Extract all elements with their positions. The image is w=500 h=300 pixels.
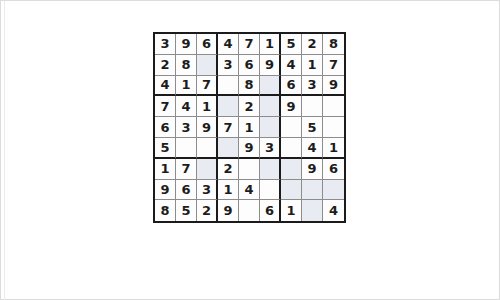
cell-r9c6: 6 <box>260 200 281 221</box>
cell-r6c1: 5 <box>155 138 176 159</box>
cell-r4c2: 4 <box>176 96 197 117</box>
cell-r2c4: 3 <box>218 55 239 76</box>
cell-r3c7: 6 <box>281 76 302 97</box>
cell-r2c5: 6 <box>239 55 260 76</box>
cell-r5c3: 9 <box>197 117 218 138</box>
cell-r8c4: 1 <box>218 180 239 201</box>
cell-r1c7: 5 <box>281 34 302 55</box>
cell-r5c8: 5 <box>302 117 323 138</box>
cell-r6c8: 4 <box>302 138 323 159</box>
cell-r5c6[interactable] <box>260 117 281 138</box>
cell-r8c6[interactable] <box>260 180 281 201</box>
cell-r2c6: 9 <box>260 55 281 76</box>
cell-r9c1: 8 <box>155 200 176 221</box>
cell-r5c1: 6 <box>155 117 176 138</box>
cell-r5c2: 3 <box>176 117 197 138</box>
page-edge-line <box>4 1 5 300</box>
cell-r3c3: 7 <box>197 76 218 97</box>
cell-r6c7[interactable] <box>281 138 302 159</box>
cell-r5c7[interactable] <box>281 117 302 138</box>
cell-r4c4[interactable] <box>218 96 239 117</box>
cell-r1c8: 2 <box>302 34 323 55</box>
cell-r4c6[interactable] <box>260 96 281 117</box>
cell-r6c5: 9 <box>239 138 260 159</box>
cell-r1c2: 9 <box>176 34 197 55</box>
cell-r5c5: 1 <box>239 117 260 138</box>
cell-r4c7: 9 <box>281 96 302 117</box>
cell-r8c9[interactable] <box>323 180 344 201</box>
cell-r8c7[interactable] <box>281 180 302 201</box>
cell-r9c8[interactable] <box>302 200 323 221</box>
cell-r6c4[interactable] <box>218 138 239 159</box>
cell-r2c3[interactable] <box>197 55 218 76</box>
cell-r9c2: 5 <box>176 200 197 221</box>
cell-r9c3: 2 <box>197 200 218 221</box>
cell-r1c1: 3 <box>155 34 176 55</box>
cell-r8c2: 6 <box>176 180 197 201</box>
cell-r5c4: 7 <box>218 117 239 138</box>
cell-r4c9[interactable] <box>323 96 344 117</box>
cell-r7c7[interactable] <box>281 159 302 180</box>
cell-r6c2[interactable] <box>176 138 197 159</box>
cell-r4c5: 2 <box>239 96 260 117</box>
cell-r3c1: 4 <box>155 76 176 97</box>
cell-r8c8[interactable] <box>302 180 323 201</box>
cell-r2c9: 7 <box>323 55 344 76</box>
cell-r9c5[interactable] <box>239 200 260 221</box>
cell-r7c5[interactable] <box>239 159 260 180</box>
cell-r7c1: 1 <box>155 159 176 180</box>
cell-r7c3[interactable] <box>197 159 218 180</box>
cell-r6c6: 3 <box>260 138 281 159</box>
cell-r7c9: 6 <box>323 159 344 180</box>
cell-r4c1: 7 <box>155 96 176 117</box>
cell-r9c9: 4 <box>323 200 344 221</box>
cell-r2c2: 8 <box>176 55 197 76</box>
cell-r6c3[interactable] <box>197 138 218 159</box>
cell-r7c4: 2 <box>218 159 239 180</box>
cell-r7c6[interactable] <box>260 159 281 180</box>
cell-r6c9: 1 <box>323 138 344 159</box>
cell-r9c7: 1 <box>281 200 302 221</box>
scanned-sudoku-page: 3964715282836941741786397412963971559341… <box>0 0 500 300</box>
cell-r4c3: 1 <box>197 96 218 117</box>
cell-r2c1: 2 <box>155 55 176 76</box>
cell-r1c9: 8 <box>323 34 344 55</box>
sudoku-board: 3964715282836941741786397412963971559341… <box>153 32 346 223</box>
cell-r7c8: 9 <box>302 159 323 180</box>
cell-r3c8: 3 <box>302 76 323 97</box>
cell-r1c5: 7 <box>239 34 260 55</box>
cell-r3c5: 8 <box>239 76 260 97</box>
cell-r8c5: 4 <box>239 180 260 201</box>
cell-r1c4: 4 <box>218 34 239 55</box>
cell-r1c6: 1 <box>260 34 281 55</box>
cell-r7c2: 7 <box>176 159 197 180</box>
cell-r1c3: 6 <box>197 34 218 55</box>
cell-r9c4: 9 <box>218 200 239 221</box>
cell-r2c8: 1 <box>302 55 323 76</box>
cell-r5c9[interactable] <box>323 117 344 138</box>
cell-r8c1: 9 <box>155 180 176 201</box>
cell-r3c2: 1 <box>176 76 197 97</box>
cell-r8c3: 3 <box>197 180 218 201</box>
cell-r3c9: 9 <box>323 76 344 97</box>
cell-r2c7: 4 <box>281 55 302 76</box>
cell-r3c6[interactable] <box>260 76 281 97</box>
cell-r4c8[interactable] <box>302 96 323 117</box>
cell-r3c4[interactable] <box>218 76 239 97</box>
